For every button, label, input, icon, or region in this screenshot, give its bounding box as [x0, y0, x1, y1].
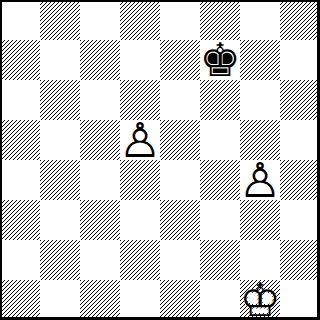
- square-f7[interactable]: ♚: [200, 40, 240, 80]
- square-b3[interactable]: [40, 200, 80, 240]
- square-g6[interactable]: [240, 80, 280, 120]
- square-d3[interactable]: [120, 200, 160, 240]
- square-e5[interactable]: [160, 120, 200, 160]
- square-h2[interactable]: [280, 240, 320, 280]
- square-d8[interactable]: [120, 0, 160, 40]
- white-piece-outline: ♙: [240, 160, 280, 200]
- square-e3[interactable]: [160, 200, 200, 240]
- piece-white-king-g1[interactable]: ♚♔: [240, 280, 280, 320]
- square-f1[interactable]: [200, 280, 240, 320]
- square-h7[interactable]: [280, 40, 320, 80]
- square-f3[interactable]: [200, 200, 240, 240]
- square-a5[interactable]: [0, 120, 40, 160]
- square-c3[interactable]: [80, 200, 120, 240]
- square-e7[interactable]: [160, 40, 200, 80]
- square-c6[interactable]: [80, 80, 120, 120]
- square-b6[interactable]: [40, 80, 80, 120]
- square-e6[interactable]: [160, 80, 200, 120]
- square-b5[interactable]: [40, 120, 80, 160]
- square-a6[interactable]: [0, 80, 40, 120]
- square-e1[interactable]: [160, 280, 200, 320]
- square-b2[interactable]: [40, 240, 80, 280]
- square-c1[interactable]: [80, 280, 120, 320]
- square-e4[interactable]: [160, 160, 200, 200]
- square-c8[interactable]: [80, 0, 120, 40]
- square-g1[interactable]: ♚♔: [240, 280, 280, 320]
- square-d7[interactable]: [120, 40, 160, 80]
- square-h8[interactable]: [280, 0, 320, 40]
- square-b1[interactable]: [40, 280, 80, 320]
- white-piece-outline: ♙: [120, 120, 160, 160]
- square-d1[interactable]: [120, 280, 160, 320]
- square-c4[interactable]: [80, 160, 120, 200]
- square-h6[interactable]: [280, 80, 320, 120]
- square-c2[interactable]: [80, 240, 120, 280]
- chess-board: ♚♟♙♟♙♚♔: [0, 0, 320, 320]
- piece-white-pawn-d5[interactable]: ♟♙: [120, 120, 160, 160]
- square-h5[interactable]: [280, 120, 320, 160]
- square-b7[interactable]: [40, 40, 80, 80]
- black-piece-glyph: ♚: [200, 40, 240, 80]
- piece-black-king-f7[interactable]: ♚: [200, 40, 240, 80]
- square-g8[interactable]: [240, 0, 280, 40]
- square-b4[interactable]: [40, 160, 80, 200]
- square-d5[interactable]: ♟♙: [120, 120, 160, 160]
- white-piece-outline: ♔: [240, 280, 280, 320]
- square-a1[interactable]: [0, 280, 40, 320]
- square-h3[interactable]: [280, 200, 320, 240]
- square-h4[interactable]: [280, 160, 320, 200]
- square-d2[interactable]: [120, 240, 160, 280]
- piece-white-pawn-g4[interactable]: ♟♙: [240, 160, 280, 200]
- square-e2[interactable]: [160, 240, 200, 280]
- square-b8[interactable]: [40, 0, 80, 40]
- square-a3[interactable]: [0, 200, 40, 240]
- square-f2[interactable]: [200, 240, 240, 280]
- square-a2[interactable]: [0, 240, 40, 280]
- square-c7[interactable]: [80, 40, 120, 80]
- square-c5[interactable]: [80, 120, 120, 160]
- square-f4[interactable]: [200, 160, 240, 200]
- square-g4[interactable]: ♟♙: [240, 160, 280, 200]
- square-g7[interactable]: [240, 40, 280, 80]
- chess-diagram: ♚♟♙♟♙♚♔: [0, 0, 320, 320]
- square-a8[interactable]: [0, 0, 40, 40]
- square-f5[interactable]: [200, 120, 240, 160]
- square-e8[interactable]: [160, 0, 200, 40]
- square-a7[interactable]: [0, 40, 40, 80]
- square-a4[interactable]: [0, 160, 40, 200]
- square-h1[interactable]: [280, 280, 320, 320]
